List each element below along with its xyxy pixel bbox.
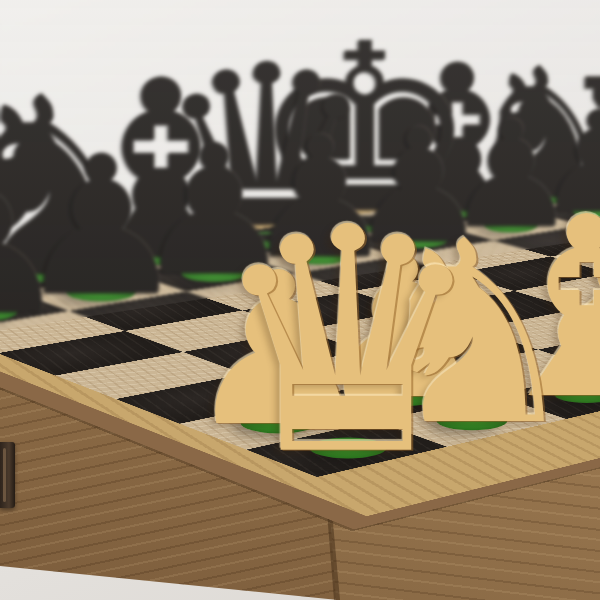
hinge-pin-icon	[3, 448, 6, 502]
box-hinge	[0, 442, 15, 508]
black-pawn[interactable]: ♟	[0, 138, 73, 344]
white-queen[interactable]: ♛	[208, 187, 487, 498]
chess-set-photo: ♜♞♝♛♚♝♞♜♟♟♟♟♟♟♟♟♟♟♟♛♞♝	[0, 0, 600, 600]
